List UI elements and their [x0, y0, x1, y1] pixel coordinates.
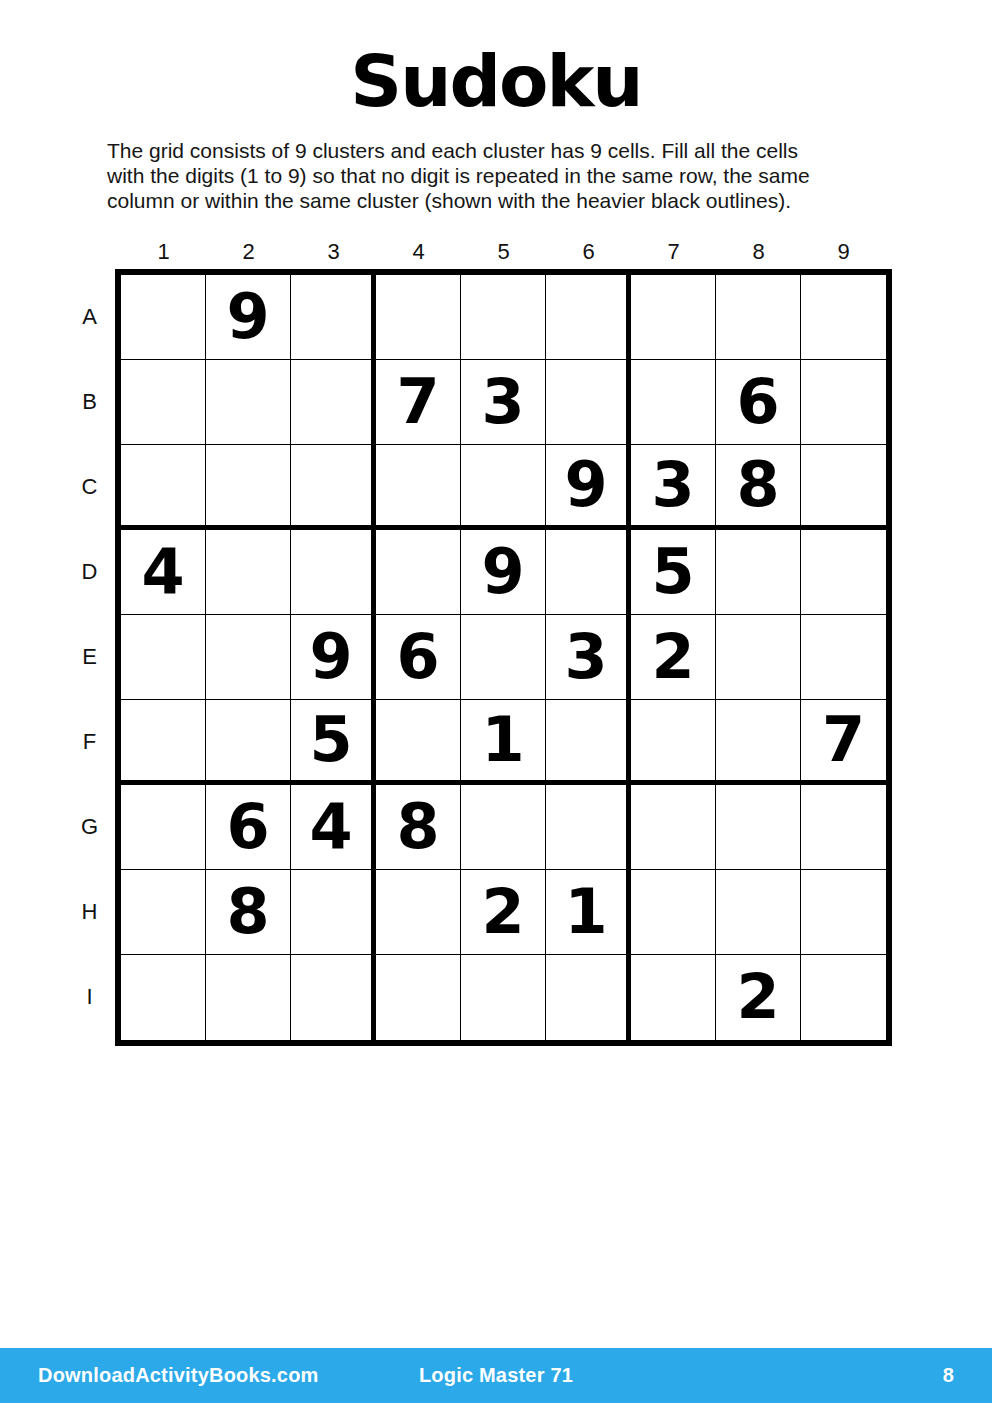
col-label-2: 2: [206, 239, 291, 270]
cell-C7: 3: [631, 445, 716, 530]
cell-B8: 6: [716, 360, 801, 445]
row-label-G: G: [64, 785, 115, 870]
footer-page-number: 8: [943, 1364, 954, 1387]
cell-B1[interactable]: [121, 360, 206, 445]
cell-I4[interactable]: [376, 955, 461, 1040]
cell-D1: 4: [121, 530, 206, 615]
sudoku-board: 123456789 ABCDEFGHI 97369384959632517648…: [64, 239, 992, 1046]
row-label-B: B: [64, 360, 115, 445]
cell-D3[interactable]: [291, 530, 376, 615]
instructions-line: with the digits (1 to 9) so that no digi…: [107, 163, 992, 188]
column-labels: 123456789: [115, 239, 892, 269]
cell-E1[interactable]: [121, 615, 206, 700]
cell-G6[interactable]: [546, 785, 631, 870]
footer-series: Logic Master 71: [419, 1364, 573, 1387]
cell-A5[interactable]: [461, 275, 546, 360]
cell-A9[interactable]: [801, 275, 886, 360]
cell-F3: 5: [291, 700, 376, 785]
cell-G9[interactable]: [801, 785, 886, 870]
footer: DownloadActivityBooks.com Logic Master 7…: [0, 1348, 992, 1403]
instructions-line: column or within the same cluster (shown…: [107, 188, 992, 213]
cell-F1[interactable]: [121, 700, 206, 785]
cell-B3[interactable]: [291, 360, 376, 445]
row-label-A: A: [64, 275, 115, 360]
col-label-9: 9: [801, 239, 886, 270]
puzzle-page: Sudoku The grid consists of 9 clusters a…: [0, 44, 992, 1046]
cell-I3[interactable]: [291, 955, 376, 1040]
col-label-7: 7: [631, 239, 716, 270]
cell-H7[interactable]: [631, 870, 716, 955]
cell-E5[interactable]: [461, 615, 546, 700]
cell-G7[interactable]: [631, 785, 716, 870]
cell-B4: 7: [376, 360, 461, 445]
col-label-4: 4: [376, 239, 461, 270]
cell-H8[interactable]: [716, 870, 801, 955]
cell-I2[interactable]: [206, 955, 291, 1040]
cell-I9[interactable]: [801, 955, 886, 1040]
cell-G8[interactable]: [716, 785, 801, 870]
cell-H1[interactable]: [121, 870, 206, 955]
cell-F7[interactable]: [631, 700, 716, 785]
cell-F9: 7: [801, 700, 886, 785]
cell-I1[interactable]: [121, 955, 206, 1040]
row-label-D: D: [64, 530, 115, 615]
cell-G2: 6: [206, 785, 291, 870]
cell-E3: 9: [291, 615, 376, 700]
cell-G3: 4: [291, 785, 376, 870]
cell-C2[interactable]: [206, 445, 291, 530]
col-label-1: 1: [121, 239, 206, 270]
cell-A6[interactable]: [546, 275, 631, 360]
cell-D5: 9: [461, 530, 546, 615]
cell-I8: 2: [716, 955, 801, 1040]
board-corner-spacer: [64, 239, 115, 269]
cell-F6[interactable]: [546, 700, 631, 785]
cell-D8[interactable]: [716, 530, 801, 615]
cell-A1[interactable]: [121, 275, 206, 360]
instructions: The grid consists of 9 clusters and each…: [107, 138, 992, 213]
cell-D2[interactable]: [206, 530, 291, 615]
cell-C9[interactable]: [801, 445, 886, 530]
cell-E9[interactable]: [801, 615, 886, 700]
col-label-3: 3: [291, 239, 376, 270]
cell-C3[interactable]: [291, 445, 376, 530]
cell-B2[interactable]: [206, 360, 291, 445]
cell-E2[interactable]: [206, 615, 291, 700]
cell-F2[interactable]: [206, 700, 291, 785]
cell-A4[interactable]: [376, 275, 461, 360]
cell-I7[interactable]: [631, 955, 716, 1040]
cell-D7: 5: [631, 530, 716, 615]
cell-E4: 6: [376, 615, 461, 700]
cell-B6[interactable]: [546, 360, 631, 445]
cell-B5: 3: [461, 360, 546, 445]
row-label-C: C: [64, 445, 115, 530]
row-label-H: H: [64, 870, 115, 955]
row-label-I: I: [64, 955, 115, 1040]
cell-G1[interactable]: [121, 785, 206, 870]
instructions-line: The grid consists of 9 clusters and each…: [107, 138, 992, 163]
page-title: Sudoku: [0, 44, 992, 120]
cell-H3[interactable]: [291, 870, 376, 955]
cell-D4[interactable]: [376, 530, 461, 615]
cell-E7: 2: [631, 615, 716, 700]
cell-F4[interactable]: [376, 700, 461, 785]
row-labels: ABCDEFGHI: [64, 269, 115, 1046]
row-label-E: E: [64, 615, 115, 700]
cell-D6[interactable]: [546, 530, 631, 615]
cell-E8[interactable]: [716, 615, 801, 700]
cell-A8[interactable]: [716, 275, 801, 360]
cell-A3[interactable]: [291, 275, 376, 360]
cell-C5[interactable]: [461, 445, 546, 530]
cell-C1[interactable]: [121, 445, 206, 530]
cell-H2: 8: [206, 870, 291, 955]
cell-F5: 1: [461, 700, 546, 785]
cell-G5[interactable]: [461, 785, 546, 870]
cell-H5: 2: [461, 870, 546, 955]
cell-B7[interactable]: [631, 360, 716, 445]
col-label-5: 5: [461, 239, 546, 270]
cell-G4: 8: [376, 785, 461, 870]
cell-I5[interactable]: [461, 955, 546, 1040]
cell-I6[interactable]: [546, 955, 631, 1040]
cell-H4[interactable]: [376, 870, 461, 955]
cell-A7[interactable]: [631, 275, 716, 360]
cell-D9[interactable]: [801, 530, 886, 615]
cell-H6: 1: [546, 870, 631, 955]
cell-A2: 9: [206, 275, 291, 360]
sudoku-grid: 973693849596325176488212: [115, 269, 892, 1046]
cell-H9[interactable]: [801, 870, 886, 955]
cell-E6: 3: [546, 615, 631, 700]
cell-C8: 8: [716, 445, 801, 530]
cell-C6: 9: [546, 445, 631, 530]
footer-site: DownloadActivityBooks.com: [38, 1364, 319, 1387]
cell-F8[interactable]: [716, 700, 801, 785]
row-label-F: F: [64, 700, 115, 785]
cell-B9[interactable]: [801, 360, 886, 445]
col-label-8: 8: [716, 239, 801, 270]
cell-C4[interactable]: [376, 445, 461, 530]
col-label-6: 6: [546, 239, 631, 270]
